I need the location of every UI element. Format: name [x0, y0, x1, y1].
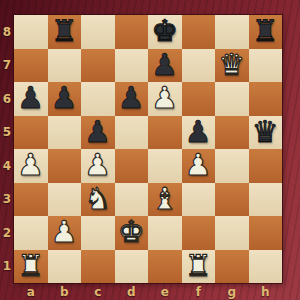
square-d6[interactable]: ♟ — [115, 82, 149, 116]
square-e3[interactable]: ♝ — [148, 183, 182, 217]
square-f1[interactable]: ♜ — [182, 250, 216, 284]
file-label-f: f — [182, 283, 216, 300]
rank-label-1: 1 — [0, 250, 14, 284]
file-labels: abcdefgh — [14, 283, 282, 300]
square-f7[interactable] — [182, 49, 216, 83]
white-pawn-f4: ♟ — [185, 148, 212, 182]
file-label-a: a — [14, 283, 48, 300]
black-pawn-b6: ♟ — [51, 81, 78, 115]
square-a2[interactable] — [14, 216, 48, 250]
black-king-e8: ♚ — [151, 14, 178, 48]
square-h8[interactable]: ♜ — [249, 15, 283, 49]
square-a6[interactable]: ♟ — [14, 82, 48, 116]
white-pawn-a4: ♟ — [17, 148, 44, 182]
square-c1[interactable] — [81, 250, 115, 284]
rank-label-2: 2 — [0, 216, 14, 250]
square-b6[interactable]: ♟ — [48, 82, 82, 116]
square-c3[interactable]: ♞ — [81, 183, 115, 217]
rank-label-8: 8 — [0, 15, 14, 49]
square-a3[interactable] — [14, 183, 48, 217]
square-d1[interactable] — [115, 250, 149, 284]
white-king-d2: ♚ — [118, 215, 145, 249]
square-f8[interactable] — [182, 15, 216, 49]
square-f6[interactable] — [182, 82, 216, 116]
file-label-d: d — [115, 283, 149, 300]
square-b4[interactable] — [48, 149, 82, 183]
black-queen-h5: ♛ — [252, 115, 279, 149]
square-g1[interactable] — [215, 250, 249, 284]
black-rook-h8: ♜ — [252, 14, 279, 48]
square-e4[interactable] — [148, 149, 182, 183]
square-b1[interactable] — [48, 250, 82, 284]
square-b5[interactable] — [48, 116, 82, 150]
square-h1[interactable] — [249, 250, 283, 284]
square-a5[interactable] — [14, 116, 48, 150]
rank-labels: 87654321 — [0, 15, 14, 283]
white-pawn-b2: ♟ — [51, 215, 78, 249]
file-label-c: c — [81, 283, 115, 300]
white-rook-f1: ♜ — [185, 249, 212, 283]
rank-label-4: 4 — [0, 149, 14, 183]
black-pawn-a6: ♟ — [17, 81, 44, 115]
square-b8[interactable]: ♜ — [48, 15, 82, 49]
square-f3[interactable] — [182, 183, 216, 217]
square-c2[interactable] — [81, 216, 115, 250]
white-queen-g7: ♛ — [218, 48, 245, 82]
square-d4[interactable] — [115, 149, 149, 183]
square-c6[interactable] — [81, 82, 115, 116]
square-c5[interactable]: ♟ — [81, 116, 115, 150]
black-rook-b8: ♜ — [51, 14, 78, 48]
square-h6[interactable] — [249, 82, 283, 116]
square-g8[interactable] — [215, 15, 249, 49]
square-g5[interactable] — [215, 116, 249, 150]
rank-label-3: 3 — [0, 183, 14, 217]
rank-label-7: 7 — [0, 49, 14, 83]
square-d3[interactable] — [115, 183, 149, 217]
black-pawn-d6: ♟ — [118, 81, 145, 115]
square-e8[interactable]: ♚ — [148, 15, 182, 49]
square-d5[interactable] — [115, 116, 149, 150]
square-b7[interactable] — [48, 49, 82, 83]
rank-label-6: 6 — [0, 82, 14, 116]
white-bishop-e3: ♝ — [151, 182, 178, 216]
square-h5[interactable]: ♛ — [249, 116, 283, 150]
rank-label-5: 5 — [0, 116, 14, 150]
square-f2[interactable] — [182, 216, 216, 250]
square-e7[interactable]: ♟ — [148, 49, 182, 83]
black-pawn-f5: ♟ — [185, 115, 212, 149]
square-a8[interactable] — [14, 15, 48, 49]
square-e2[interactable] — [148, 216, 182, 250]
white-knight-c3: ♞ — [84, 182, 111, 216]
square-d2[interactable]: ♚ — [115, 216, 149, 250]
white-pawn-e6: ♟ — [151, 81, 178, 115]
square-b2[interactable]: ♟ — [48, 216, 82, 250]
square-e5[interactable] — [148, 116, 182, 150]
square-a1[interactable]: ♜ — [14, 250, 48, 284]
square-g4[interactable] — [215, 149, 249, 183]
square-h4[interactable] — [249, 149, 283, 183]
square-e1[interactable] — [148, 250, 182, 284]
square-c8[interactable] — [81, 15, 115, 49]
white-rook-a1: ♜ — [17, 249, 44, 283]
square-b3[interactable] — [48, 183, 82, 217]
square-g6[interactable] — [215, 82, 249, 116]
square-g2[interactable] — [215, 216, 249, 250]
square-d8[interactable] — [115, 15, 149, 49]
square-h7[interactable] — [249, 49, 283, 83]
black-pawn-e7: ♟ — [151, 48, 178, 82]
square-g3[interactable] — [215, 183, 249, 217]
file-label-h: h — [249, 283, 283, 300]
chess-diagram-frame: 87654321 ♜♚♜♟♛♟♟♟♟♟♟♛♟♟♟♞♝♟♚♜♜ abcdefgh — [0, 0, 300, 300]
square-c7[interactable] — [81, 49, 115, 83]
square-h3[interactable] — [249, 183, 283, 217]
square-g7[interactable]: ♛ — [215, 49, 249, 83]
square-a7[interactable] — [14, 49, 48, 83]
square-d7[interactable] — [115, 49, 149, 83]
file-label-b: b — [48, 283, 82, 300]
square-a4[interactable]: ♟ — [14, 149, 48, 183]
file-label-e: e — [148, 283, 182, 300]
square-h2[interactable] — [249, 216, 283, 250]
chess-board: ♜♚♜♟♛♟♟♟♟♟♟♛♟♟♟♞♝♟♚♜♜ — [14, 15, 282, 283]
black-pawn-c5: ♟ — [84, 115, 111, 149]
square-c4[interactable]: ♟ — [81, 149, 115, 183]
square-f5[interactable]: ♟ — [182, 116, 216, 150]
square-f4[interactable]: ♟ — [182, 149, 216, 183]
square-e6[interactable]: ♟ — [148, 82, 182, 116]
file-label-g: g — [215, 283, 249, 300]
white-pawn-c4: ♟ — [84, 148, 111, 182]
